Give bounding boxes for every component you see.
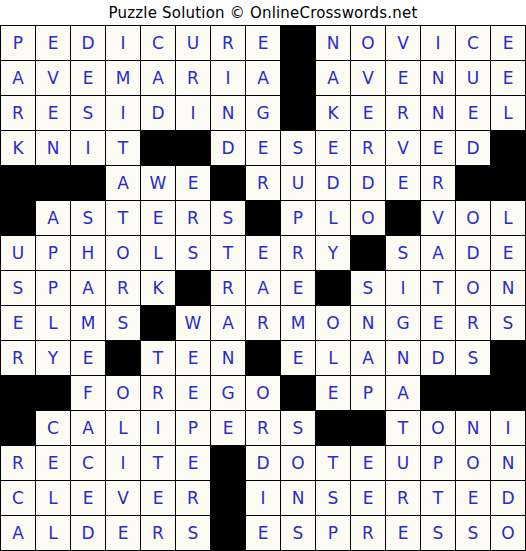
letter-cell-r3c13: N: [421, 96, 455, 130]
black-cell-r13c7: [211, 446, 245, 480]
letter-cell-r4c3: I: [71, 131, 105, 165]
black-cell-r5c2: [36, 166, 70, 200]
letter-cell-r9c13: E: [421, 306, 455, 340]
letter-cell-r8c8: A: [246, 271, 280, 305]
letter-cell-r14c14: E: [456, 481, 490, 515]
letter-cell-r15c14: S: [456, 516, 490, 550]
letter-cell-r13c8: D: [246, 446, 280, 480]
letter-cell-r7c15: E: [491, 236, 525, 270]
letter-cell-r11c11: P: [351, 376, 385, 410]
page-title: Puzzle Solution © OnlineCrosswords.net: [108, 4, 417, 22]
letter-cell-r7c3: H: [71, 236, 105, 270]
letter-cell-r15c5: R: [141, 516, 175, 550]
letter-cell-r14c8: I: [246, 481, 280, 515]
letter-cell-r5c12: E: [386, 166, 420, 200]
letter-cell-r10c2: Y: [36, 341, 70, 375]
letter-cell-r11c5: R: [141, 376, 175, 410]
letter-cell-r4c7: D: [211, 131, 245, 165]
letter-cell-r10c13: D: [421, 341, 455, 375]
black-cell-r10c8: [246, 341, 280, 375]
black-cell-r5c15: [491, 166, 525, 200]
black-cell-r8c6: [176, 271, 210, 305]
black-cell-r12c11: [351, 411, 385, 445]
black-cell-r6c1: [1, 201, 35, 235]
letter-cell-r13c3: C: [71, 446, 105, 480]
letter-cell-r4c10: E: [316, 131, 350, 165]
letter-cell-r1c5: C: [141, 26, 175, 60]
black-cell-r6c12: [386, 201, 420, 235]
letter-cell-r1c15: E: [491, 26, 525, 60]
letter-cell-r1c6: U: [176, 26, 210, 60]
black-cell-r5c1: [1, 166, 35, 200]
letter-cell-r7c6: S: [176, 236, 210, 270]
letter-cell-r12c8: R: [246, 411, 280, 445]
letter-cell-r9c8: R: [246, 306, 280, 340]
black-cell-r8c10: [316, 271, 350, 305]
letter-cell-r1c1: P: [1, 26, 35, 60]
black-cell-r6c8: [246, 201, 280, 235]
letter-cell-r1c3: D: [71, 26, 105, 60]
letter-cell-r8c3: A: [71, 271, 105, 305]
letter-cell-r15c10: P: [316, 516, 350, 550]
letter-cell-r8c11: S: [351, 271, 385, 305]
letter-cell-r3c4: I: [106, 96, 140, 130]
letter-cell-r13c1: R: [1, 446, 35, 480]
letter-cell-r5c9: U: [281, 166, 315, 200]
black-cell-r4c5: [141, 131, 175, 165]
letter-cell-r3c12: R: [386, 96, 420, 130]
letter-cell-r15c6: S: [176, 516, 210, 550]
letter-cell-r6c13: V: [421, 201, 455, 235]
letter-cell-r1c14: C: [456, 26, 490, 60]
letter-cell-r3c11: E: [351, 96, 385, 130]
letter-cell-r5c13: R: [421, 166, 455, 200]
letter-cell-r8c5: K: [141, 271, 175, 305]
letter-cell-r13c11: E: [351, 446, 385, 480]
black-cell-r5c14: [456, 166, 490, 200]
letter-cell-r6c11: O: [351, 201, 385, 235]
letter-cell-r15c4: E: [106, 516, 140, 550]
letter-cell-r4c1: K: [1, 131, 35, 165]
black-cell-r2c9: [281, 61, 315, 95]
black-cell-r11c2: [36, 376, 70, 410]
letter-cell-r15c3: D: [71, 516, 105, 550]
letter-cell-r7c4: O: [106, 236, 140, 270]
letter-cell-r14c9: N: [281, 481, 315, 515]
letter-cell-r12c7: E: [211, 411, 245, 445]
letter-cell-r9c2: L: [36, 306, 70, 340]
letter-cell-r8c14: O: [456, 271, 490, 305]
letter-cell-r1c4: I: [106, 26, 140, 60]
letter-cell-r9c6: W: [176, 306, 210, 340]
letter-cell-r7c7: T: [211, 236, 245, 270]
letter-cell-r8c4: R: [106, 271, 140, 305]
letter-cell-r12c6: P: [176, 411, 210, 445]
letter-cell-r2c3: E: [71, 61, 105, 95]
letter-cell-r7c1: U: [1, 236, 35, 270]
letter-cell-r7c9: R: [281, 236, 315, 270]
letter-cell-r2c15: E: [491, 61, 525, 95]
letter-cell-r5c10: D: [316, 166, 350, 200]
letter-cell-r7c12: S: [386, 236, 420, 270]
letter-cell-r14c6: R: [176, 481, 210, 515]
letter-cell-r15c8: E: [246, 516, 280, 550]
letter-cell-r15c12: E: [386, 516, 420, 550]
letter-cell-r11c8: O: [246, 376, 280, 410]
letter-cell-r9c4: S: [106, 306, 140, 340]
letter-cell-r14c12: R: [386, 481, 420, 515]
letter-cell-r14c5: E: [141, 481, 175, 515]
black-cell-r14c7: [211, 481, 245, 515]
letter-cell-r12c15: I: [491, 411, 525, 445]
letter-cell-r13c9: O: [281, 446, 315, 480]
letter-cell-r10c1: R: [1, 341, 35, 375]
letter-cell-r9c11: N: [351, 306, 385, 340]
letter-cell-r15c15: O: [491, 516, 525, 550]
letter-cell-r1c2: E: [36, 26, 70, 60]
letter-cell-r4c4: T: [106, 131, 140, 165]
letter-cell-r12c9: S: [281, 411, 315, 445]
letter-cell-r7c14: D: [456, 236, 490, 270]
letter-cell-r7c13: A: [421, 236, 455, 270]
letter-cell-r9c10: O: [316, 306, 350, 340]
letter-cell-r12c13: O: [421, 411, 455, 445]
black-cell-r4c6: [176, 131, 210, 165]
letter-cell-r2c7: I: [211, 61, 245, 95]
letter-cell-r2c8: A: [246, 61, 280, 95]
letter-cell-r14c1: C: [1, 481, 35, 515]
letter-cell-r12c12: T: [386, 411, 420, 445]
letter-cell-r10c11: A: [351, 341, 385, 375]
black-cell-r11c13: [421, 376, 455, 410]
letter-cell-r13c15: N: [491, 446, 525, 480]
letter-cell-r8c12: I: [386, 271, 420, 305]
letter-cell-r7c5: L: [141, 236, 175, 270]
letter-cell-r4c11: R: [351, 131, 385, 165]
letter-cell-r5c8: R: [246, 166, 280, 200]
letter-cell-r11c12: A: [386, 376, 420, 410]
letter-cell-r1c8: E: [246, 26, 280, 60]
letter-cell-r8c9: E: [281, 271, 315, 305]
letter-cell-r2c13: N: [421, 61, 455, 95]
title-bar: Puzzle Solution © OnlineCrosswords.net: [0, 0, 526, 25]
letter-cell-r12c3: A: [71, 411, 105, 445]
letter-cell-r6c15: L: [491, 201, 525, 235]
letter-cell-r10c9: E: [281, 341, 315, 375]
letter-cell-r6c6: R: [176, 201, 210, 235]
letter-cell-r3c14: E: [456, 96, 490, 130]
letter-cell-r6c10: L: [316, 201, 350, 235]
letter-cell-r2c6: R: [176, 61, 210, 95]
letter-cell-r8c15: N: [491, 271, 525, 305]
letter-cell-r9c12: G: [386, 306, 420, 340]
black-cell-r7c11: [351, 236, 385, 270]
black-cell-r12c1: [1, 411, 35, 445]
letter-cell-r5c4: A: [106, 166, 140, 200]
letter-cell-r10c14: S: [456, 341, 490, 375]
letter-cell-r15c2: L: [36, 516, 70, 550]
letter-cell-r14c15: D: [491, 481, 525, 515]
letter-cell-r5c11: D: [351, 166, 385, 200]
letter-cell-r1c7: R: [211, 26, 245, 60]
letter-cell-r6c7: S: [211, 201, 245, 235]
letter-cell-r13c10: T: [316, 446, 350, 480]
letter-cell-r9c14: R: [456, 306, 490, 340]
letter-cell-r6c2: A: [36, 201, 70, 235]
black-cell-r5c3: [71, 166, 105, 200]
letter-cell-r6c9: P: [281, 201, 315, 235]
black-cell-r5c7: [211, 166, 245, 200]
black-cell-r9c5: [141, 306, 175, 340]
black-cell-r11c1: [1, 376, 35, 410]
letter-cell-r10c12: N: [386, 341, 420, 375]
black-cell-r11c9: [281, 376, 315, 410]
letter-cell-r7c10: Y: [316, 236, 350, 270]
black-cell-r12c10: [316, 411, 350, 445]
letter-cell-r10c7: N: [211, 341, 245, 375]
letter-cell-r4c12: V: [386, 131, 420, 165]
letter-cell-r3c15: L: [491, 96, 525, 130]
crossword-grid: PEDICURENOVICEAVEMARIAAVENUERESIDINGKERN…: [0, 25, 526, 551]
letter-cell-r1c11: O: [351, 26, 385, 60]
black-cell-r4c15: [491, 131, 525, 165]
letter-cell-r14c4: V: [106, 481, 140, 515]
letter-cell-r12c2: C: [36, 411, 70, 445]
letter-cell-r13c14: O: [456, 446, 490, 480]
letter-cell-r2c2: V: [36, 61, 70, 95]
letter-cell-r4c14: D: [456, 131, 490, 165]
letter-cell-r13c2: E: [36, 446, 70, 480]
letter-cell-r14c2: L: [36, 481, 70, 515]
letter-cell-r8c13: T: [421, 271, 455, 305]
letter-cell-r14c11: E: [351, 481, 385, 515]
letter-cell-r11c7: G: [211, 376, 245, 410]
letter-cell-r5c5: W: [141, 166, 175, 200]
letter-cell-r2c14: U: [456, 61, 490, 95]
black-cell-r11c14: [456, 376, 490, 410]
letter-cell-r15c13: S: [421, 516, 455, 550]
letter-cell-r2c1: A: [1, 61, 35, 95]
letter-cell-r10c6: E: [176, 341, 210, 375]
letter-cell-r4c9: S: [281, 131, 315, 165]
letter-cell-r6c5: E: [141, 201, 175, 235]
letter-cell-r9c1: E: [1, 306, 35, 340]
letter-cell-r3c1: R: [1, 96, 35, 130]
letter-cell-r13c5: T: [141, 446, 175, 480]
letter-cell-r3c6: I: [176, 96, 210, 130]
letter-cell-r13c12: U: [386, 446, 420, 480]
letter-cell-r2c4: M: [106, 61, 140, 95]
letter-cell-r15c9: S: [281, 516, 315, 550]
black-cell-r10c15: [491, 341, 525, 375]
black-cell-r10c4: [106, 341, 140, 375]
letter-cell-r13c6: E: [176, 446, 210, 480]
letter-cell-r15c1: A: [1, 516, 35, 550]
letter-cell-r11c10: E: [316, 376, 350, 410]
letter-cell-r6c4: T: [106, 201, 140, 235]
letter-cell-r13c4: I: [106, 446, 140, 480]
letter-cell-r6c14: O: [456, 201, 490, 235]
letter-cell-r2c11: V: [351, 61, 385, 95]
letter-cell-r12c14: N: [456, 411, 490, 445]
letter-cell-r9c3: M: [71, 306, 105, 340]
letter-cell-r4c8: E: [246, 131, 280, 165]
letter-cell-r4c13: E: [421, 131, 455, 165]
letter-cell-r9c9: M: [281, 306, 315, 340]
letter-cell-r3c8: G: [246, 96, 280, 130]
letter-cell-r3c3: S: [71, 96, 105, 130]
letter-cell-r12c4: L: [106, 411, 140, 445]
letter-cell-r8c1: S: [1, 271, 35, 305]
letter-cell-r5c6: E: [176, 166, 210, 200]
letter-cell-r11c6: E: [176, 376, 210, 410]
black-cell-r11c15: [491, 376, 525, 410]
black-cell-r3c9: [281, 96, 315, 130]
letter-cell-r10c10: L: [316, 341, 350, 375]
letter-cell-r3c7: N: [211, 96, 245, 130]
letter-cell-r3c5: D: [141, 96, 175, 130]
letter-cell-r2c12: E: [386, 61, 420, 95]
black-cell-r1c9: [281, 26, 315, 60]
letter-cell-r9c15: S: [491, 306, 525, 340]
letter-cell-r3c10: K: [316, 96, 350, 130]
black-cell-r15c7: [211, 516, 245, 550]
letter-cell-r13c13: P: [421, 446, 455, 480]
letter-cell-r7c8: E: [246, 236, 280, 270]
letter-cell-r14c13: T: [421, 481, 455, 515]
letter-cell-r10c3: E: [71, 341, 105, 375]
letter-cell-r10c5: T: [141, 341, 175, 375]
letter-cell-r11c3: F: [71, 376, 105, 410]
letter-cell-r3c2: E: [36, 96, 70, 130]
letter-cell-r4c2: N: [36, 131, 70, 165]
letter-cell-r2c10: A: [316, 61, 350, 95]
letter-cell-r8c2: P: [36, 271, 70, 305]
letter-cell-r8c7: R: [211, 271, 245, 305]
letter-cell-r15c11: R: [351, 516, 385, 550]
letter-cell-r6c3: S: [71, 201, 105, 235]
letter-cell-r11c4: O: [106, 376, 140, 410]
letter-cell-r7c2: P: [36, 236, 70, 270]
letter-cell-r1c13: I: [421, 26, 455, 60]
letter-cell-r14c10: S: [316, 481, 350, 515]
letter-cell-r1c12: V: [386, 26, 420, 60]
letter-cell-r12c5: I: [141, 411, 175, 445]
letter-cell-r2c5: A: [141, 61, 175, 95]
letter-cell-r14c3: E: [71, 481, 105, 515]
letter-cell-r9c7: A: [211, 306, 245, 340]
letter-cell-r1c10: N: [316, 26, 350, 60]
